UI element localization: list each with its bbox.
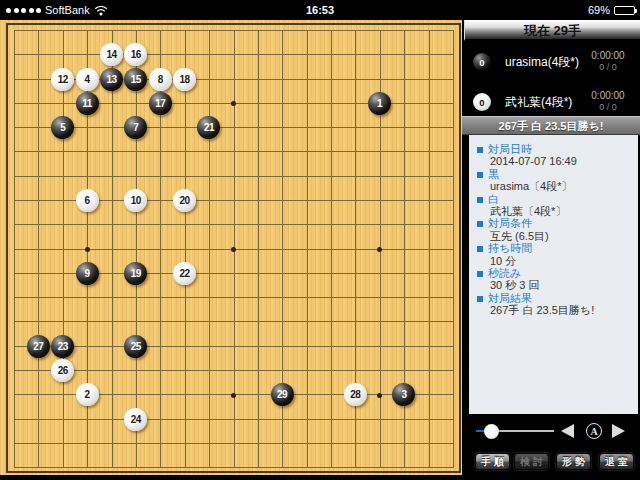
clock-label: 16:53 <box>0 0 640 20</box>
stone-10-white: 10 <box>124 189 147 212</box>
stone-20-white: 20 <box>173 189 196 212</box>
white-captures-stone-icon: 0 <box>473 93 491 111</box>
info-value: 2014-07-07 16:49 <box>477 155 634 167</box>
autoplay-label: A <box>590 426 597 437</box>
black-player-clock: 0:00:00 <box>581 50 635 62</box>
stone-13-black: 13 <box>100 68 123 91</box>
stone-24-white: 24 <box>124 408 147 431</box>
stone-15-black: 15 <box>124 68 147 91</box>
bullet-icon <box>477 147 483 153</box>
stone-28-white: 28 <box>344 383 367 406</box>
status-right: 69% <box>588 0 635 20</box>
battery-percent-label: 69% <box>588 4 610 16</box>
autoplay-button[interactable]: A <box>586 423 602 439</box>
footer-button-3[interactable]: 退室 <box>599 453 634 470</box>
bullet-icon <box>477 296 483 302</box>
player-row-black: 0 urasima(4段*) 0:00:00 0 / 0 <box>462 46 640 78</box>
white-player-periods: 0 / 0 <box>581 102 635 113</box>
stone-3-black: 3 <box>392 383 415 406</box>
stone-16-white: 16 <box>124 43 147 66</box>
stone-5-black: 5 <box>51 116 74 139</box>
stone-26-white: 26 <box>51 359 74 382</box>
game-info-list: 対局日時2014-07-07 16:49黒urasima〔4段*〕白武礼葉〔4段… <box>469 135 638 414</box>
move-slider[interactable] <box>476 430 554 432</box>
app-screen: SoftBank 16:53 69% 123456789101112131415… <box>0 0 640 480</box>
info-label: 持ち時間 <box>477 242 634 254</box>
go-board[interactable]: 1234567891011121314151617181920212223242… <box>0 20 462 480</box>
info-value: urasima〔4段*〕 <box>477 180 634 192</box>
stone-19-black: 19 <box>124 262 147 285</box>
info-value: 30 秒 3 回 <box>477 279 634 291</box>
stone-17-black: 17 <box>149 92 172 115</box>
info-label: 対局結果 <box>477 292 634 304</box>
footer-button-2[interactable]: 形勢 <box>556 453 591 470</box>
next-move-button[interactable] <box>612 424 625 438</box>
sidebar: 現在 29手 0 urasima(4段*) 0:00:00 0 / 0 0 武礼… <box>462 20 640 480</box>
bullet-icon <box>477 246 483 252</box>
stone-18-white: 18 <box>173 68 196 91</box>
stone-12-white: 12 <box>51 68 74 91</box>
info-value: 武礼葉〔4段*〕 <box>477 205 634 217</box>
stone-25-black: 25 <box>124 335 147 358</box>
bullet-icon <box>477 197 483 203</box>
stone-4-white: 4 <box>76 68 99 91</box>
info-label: 対局条件 <box>477 217 634 229</box>
stone-14-white: 14 <box>100 43 123 66</box>
stone-8-white: 8 <box>149 68 172 91</box>
info-label: 黒 <box>477 168 634 180</box>
stone-21-black: 21 <box>197 116 220 139</box>
stone-23-black: 23 <box>51 335 74 358</box>
black-captures-stone-icon: 0 <box>473 53 491 71</box>
game-result-banner: 267手 白 23.5目勝ち! <box>462 116 640 135</box>
stone-6-white: 6 <box>76 189 99 212</box>
stone-9-black: 9 <box>76 262 99 285</box>
stone-7-black: 7 <box>124 116 147 139</box>
info-label: 白 <box>477 193 634 205</box>
stone-29-black: 29 <box>271 383 294 406</box>
white-player-clock: 0:00:00 <box>581 90 635 102</box>
bullet-icon <box>477 221 483 227</box>
move-counter-header: 現在 29手 <box>464 20 640 41</box>
info-value: 10 分 <box>477 255 634 267</box>
info-label: 対局日時 <box>477 143 634 155</box>
footer-button-0[interactable]: 手順 <box>475 453 510 470</box>
stone-27-black: 27 <box>27 335 50 358</box>
info-value: 267手 白 23.5目勝ち! <box>477 304 634 316</box>
move-slider-knob[interactable] <box>484 424 499 439</box>
black-player-name: urasima(4段*) <box>505 46 579 78</box>
battery-icon <box>614 6 635 15</box>
player-row-white: 0 武礼葉(4段*) 0:00:00 0 / 0 <box>462 86 640 118</box>
bullet-icon <box>477 271 483 277</box>
bullet-icon <box>477 172 483 178</box>
stone-22-white: 22 <box>173 262 196 285</box>
stone-1-black: 1 <box>368 92 391 115</box>
info-label: 秒読み <box>477 267 634 279</box>
footer-button-1[interactable]: 検討 <box>514 453 549 470</box>
black-player-periods: 0 / 0 <box>581 62 635 73</box>
stone-2-white: 2 <box>76 383 99 406</box>
previous-move-button[interactable] <box>561 424 574 438</box>
info-value: 互先 (6.5目) <box>477 230 634 242</box>
white-player-name: 武礼葉(4段*) <box>505 86 572 118</box>
stones-layer: 1234567891011121314151617181920212223242… <box>2 20 462 480</box>
status-bar: SoftBank 16:53 69% <box>0 0 640 20</box>
stone-11-black: 11 <box>76 92 99 115</box>
